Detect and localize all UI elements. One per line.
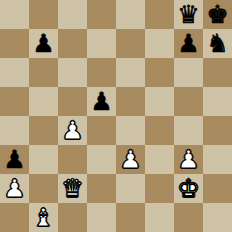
square-h8[interactable]: ♚ [203, 0, 232, 29]
piece-black-king: ♚ [206, 0, 228, 29]
square-b4[interactable] [29, 116, 58, 145]
square-f7[interactable] [145, 29, 174, 58]
square-e1[interactable] [116, 203, 145, 232]
square-a6[interactable] [0, 58, 29, 87]
square-f8[interactable] [145, 0, 174, 29]
square-f2[interactable] [145, 174, 174, 203]
square-c8[interactable] [58, 0, 87, 29]
square-c3[interactable] [58, 145, 87, 174]
square-b2[interactable] [29, 174, 58, 203]
square-e7[interactable] [116, 29, 145, 58]
chess-board: ♛♚♟♟♞♟♟♟♟♟♟♛♚♝ [0, 0, 232, 232]
square-e2[interactable] [116, 174, 145, 203]
square-a3[interactable]: ♟ [0, 145, 29, 174]
square-g4[interactable] [174, 116, 203, 145]
square-a7[interactable] [0, 29, 29, 58]
square-d5[interactable]: ♟ [87, 87, 116, 116]
square-c5[interactable] [58, 87, 87, 116]
square-a5[interactable] [0, 87, 29, 116]
piece-black-knight: ♞ [206, 29, 228, 58]
square-g3[interactable]: ♟ [174, 145, 203, 174]
square-e6[interactable] [116, 58, 145, 87]
square-a2[interactable]: ♟ [0, 174, 29, 203]
square-g2[interactable]: ♚ [174, 174, 203, 203]
square-e4[interactable] [116, 116, 145, 145]
square-f4[interactable] [145, 116, 174, 145]
piece-white-pawn: ♟ [177, 145, 199, 174]
square-h6[interactable] [203, 58, 232, 87]
square-d7[interactable] [87, 29, 116, 58]
square-b3[interactable] [29, 145, 58, 174]
square-h2[interactable] [203, 174, 232, 203]
square-g5[interactable] [174, 87, 203, 116]
piece-white-pawn: ♟ [119, 145, 141, 174]
square-b6[interactable] [29, 58, 58, 87]
piece-white-pawn: ♟ [61, 116, 83, 145]
square-d2[interactable] [87, 174, 116, 203]
square-d4[interactable] [87, 116, 116, 145]
square-b1[interactable]: ♝ [29, 203, 58, 232]
square-d1[interactable] [87, 203, 116, 232]
square-f3[interactable] [145, 145, 174, 174]
piece-black-queen: ♛ [177, 0, 199, 29]
piece-black-pawn: ♟ [32, 29, 54, 58]
square-a8[interactable] [0, 0, 29, 29]
square-e5[interactable] [116, 87, 145, 116]
square-h5[interactable] [203, 87, 232, 116]
square-f1[interactable] [145, 203, 174, 232]
square-f6[interactable] [145, 58, 174, 87]
square-g8[interactable]: ♛ [174, 0, 203, 29]
square-f5[interactable] [145, 87, 174, 116]
square-g6[interactable] [174, 58, 203, 87]
square-c1[interactable] [58, 203, 87, 232]
square-d8[interactable] [87, 0, 116, 29]
square-c7[interactable] [58, 29, 87, 58]
square-g7[interactable]: ♟ [174, 29, 203, 58]
square-g1[interactable] [174, 203, 203, 232]
square-d6[interactable] [87, 58, 116, 87]
square-e3[interactable]: ♟ [116, 145, 145, 174]
piece-black-pawn: ♟ [90, 87, 112, 116]
square-b8[interactable] [29, 0, 58, 29]
square-h7[interactable]: ♞ [203, 29, 232, 58]
piece-black-pawn: ♟ [177, 29, 199, 58]
square-c6[interactable] [58, 58, 87, 87]
square-b7[interactable]: ♟ [29, 29, 58, 58]
square-h3[interactable] [203, 145, 232, 174]
piece-white-king: ♚ [177, 174, 199, 203]
square-b5[interactable] [29, 87, 58, 116]
piece-black-pawn: ♟ [3, 145, 25, 174]
piece-white-pawn: ♟ [3, 174, 25, 203]
piece-white-bishop: ♝ [32, 203, 54, 232]
square-a4[interactable] [0, 116, 29, 145]
square-e8[interactable] [116, 0, 145, 29]
piece-white-queen: ♛ [61, 174, 83, 203]
square-d3[interactable] [87, 145, 116, 174]
square-c4[interactable]: ♟ [58, 116, 87, 145]
square-h4[interactable] [203, 116, 232, 145]
square-c2[interactable]: ♛ [58, 174, 87, 203]
square-h1[interactable] [203, 203, 232, 232]
square-a1[interactable] [0, 203, 29, 232]
